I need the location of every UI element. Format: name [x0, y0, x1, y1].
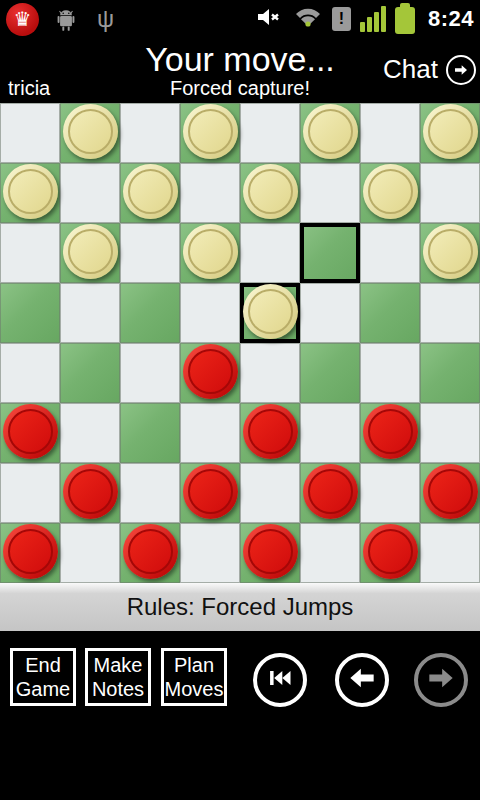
piece-ring — [188, 109, 233, 154]
piece-ring — [8, 529, 53, 574]
square-r2c6 — [360, 223, 420, 283]
square-r3c0[interactable] — [0, 283, 60, 343]
red-piece[interactable] — [363, 404, 418, 459]
rules-text: Rules: Forced Jumps — [127, 593, 354, 621]
square-r3c4[interactable] — [240, 283, 300, 343]
square-r3c2[interactable] — [120, 283, 180, 343]
piece-ring — [428, 469, 473, 514]
square-r0c7[interactable] — [420, 103, 480, 163]
piece-ring — [8, 409, 53, 454]
square-r7c6[interactable] — [360, 523, 420, 583]
square-r2c2 — [120, 223, 180, 283]
square-r4c2 — [120, 343, 180, 403]
square-r1c0[interactable] — [0, 163, 60, 223]
checkers-app-notification-icon: ♛ — [6, 3, 39, 36]
red-piece[interactable] — [123, 524, 178, 579]
square-r6c1[interactable] — [60, 463, 120, 523]
piece-ring — [308, 469, 353, 514]
piece-ring — [128, 169, 173, 214]
usb-icon: ψ — [97, 7, 114, 31]
square-r0c1[interactable] — [60, 103, 120, 163]
square-r7c0[interactable] — [0, 523, 60, 583]
prev-move-button[interactable] — [335, 653, 389, 707]
square-r0c3[interactable] — [180, 103, 240, 163]
right-arrow-icon — [427, 664, 455, 696]
square-r2c5[interactable] — [300, 223, 360, 283]
square-r3c5 — [300, 283, 360, 343]
square-r5c1 — [60, 403, 120, 463]
cream-piece[interactable] — [363, 164, 418, 219]
piece-ring — [68, 469, 113, 514]
cream-piece[interactable] — [243, 284, 298, 339]
piece-ring — [68, 229, 113, 274]
cream-piece[interactable] — [123, 164, 178, 219]
cream-piece[interactable] — [63, 104, 118, 159]
square-r0c4 — [240, 103, 300, 163]
piece-ring — [188, 349, 233, 394]
cream-piece[interactable] — [243, 164, 298, 219]
square-r3c6[interactable] — [360, 283, 420, 343]
square-r2c7[interactable] — [420, 223, 480, 283]
square-r0c5[interactable] — [300, 103, 360, 163]
red-piece[interactable] — [63, 464, 118, 519]
cream-piece[interactable] — [183, 104, 238, 159]
square-r3c1 — [60, 283, 120, 343]
square-r2c4 — [240, 223, 300, 283]
piece-ring — [368, 529, 413, 574]
piece-ring — [188, 229, 233, 274]
square-r0c0 — [0, 103, 60, 163]
square-r2c3[interactable] — [180, 223, 240, 283]
square-r1c7 — [420, 163, 480, 223]
piece-ring — [308, 109, 353, 154]
piece-ring — [428, 229, 473, 274]
square-r1c4[interactable] — [240, 163, 300, 223]
cream-piece[interactable] — [3, 164, 58, 219]
square-r4c5[interactable] — [300, 343, 360, 403]
battery-icon — [395, 7, 415, 34]
square-r4c4 — [240, 343, 300, 403]
sd-warning-icon: ! — [332, 7, 351, 31]
forced-capture-alert: Forced capture! — [0, 77, 480, 100]
square-r4c0 — [0, 343, 60, 403]
piece-ring — [188, 469, 233, 514]
piece-ring — [368, 169, 413, 214]
rewind-icon — [266, 664, 294, 696]
piece-ring — [248, 169, 293, 214]
cream-piece[interactable] — [423, 224, 478, 279]
red-piece[interactable] — [423, 464, 478, 519]
square-r4c6 — [360, 343, 420, 403]
square-r1c6[interactable] — [360, 163, 420, 223]
square-r6c0 — [0, 463, 60, 523]
plan-moves-button[interactable]: Plan Moves — [161, 648, 227, 706]
clock: 8:24 — [428, 6, 474, 32]
square-r3c7 — [420, 283, 480, 343]
square-r5c0[interactable] — [0, 403, 60, 463]
toolbar: End Game Make Notes Plan Moves — [0, 631, 480, 800]
piece-ring — [8, 169, 53, 214]
square-r6c7[interactable] — [420, 463, 480, 523]
cream-piece[interactable] — [303, 104, 358, 159]
red-piece[interactable] — [243, 524, 298, 579]
crown-icon: ♛ — [14, 9, 32, 29]
piece-ring — [428, 109, 473, 154]
piece-ring — [248, 289, 293, 334]
header: Your move... Chat tricia Forced capture! — [0, 38, 480, 103]
piece-ring — [248, 409, 293, 454]
square-r7c1 — [60, 523, 120, 583]
square-r5c6[interactable] — [360, 403, 420, 463]
square-r7c7 — [420, 523, 480, 583]
square-r2c0 — [0, 223, 60, 283]
square-r5c2[interactable] — [120, 403, 180, 463]
square-r1c5 — [300, 163, 360, 223]
android-debug-icon — [53, 5, 79, 33]
square-r7c3 — [180, 523, 240, 583]
square-r4c1[interactable] — [60, 343, 120, 403]
square-r6c3[interactable] — [180, 463, 240, 523]
cream-piece[interactable] — [63, 224, 118, 279]
left-arrow-icon — [348, 664, 376, 696]
square-r6c5[interactable] — [300, 463, 360, 523]
square-r1c3 — [180, 163, 240, 223]
square-r6c4 — [240, 463, 300, 523]
square-r4c7[interactable] — [420, 343, 480, 403]
square-r0c6 — [360, 103, 420, 163]
signal-strength-icon — [360, 6, 386, 32]
piece-ring — [128, 529, 173, 574]
cream-piece[interactable] — [183, 224, 238, 279]
cream-piece[interactable] — [423, 104, 478, 159]
rules-bar: Rules: Forced Jumps — [0, 583, 480, 631]
square-r0c2 — [120, 103, 180, 163]
piece-ring — [248, 529, 293, 574]
piece-ring — [368, 409, 413, 454]
square-r6c6 — [360, 463, 420, 523]
next-move-button[interactable] — [414, 653, 468, 707]
square-r2c1[interactable] — [60, 223, 120, 283]
square-r7c4[interactable] — [240, 523, 300, 583]
board — [0, 103, 480, 583]
square-r4c3[interactable] — [180, 343, 240, 403]
square-r1c2[interactable] — [120, 163, 180, 223]
square-r7c2[interactable] — [120, 523, 180, 583]
red-piece[interactable] — [3, 404, 58, 459]
wifi-icon — [293, 5, 323, 33]
square-r5c4[interactable] — [240, 403, 300, 463]
square-r1c1 — [60, 163, 120, 223]
end-game-button[interactable]: End Game — [10, 648, 76, 706]
red-piece[interactable] — [183, 464, 238, 519]
red-piece[interactable] — [363, 524, 418, 579]
status-bar: ♛ ψ — [0, 0, 480, 38]
red-piece[interactable] — [3, 524, 58, 579]
red-piece[interactable] — [183, 344, 238, 399]
square-r5c5 — [300, 403, 360, 463]
square-r3c3 — [180, 283, 240, 343]
make-notes-button[interactable]: Make Notes — [85, 648, 151, 706]
square-r5c3 — [180, 403, 240, 463]
piece-ring — [68, 109, 113, 154]
square-r5c7 — [420, 403, 480, 463]
jump-to-start-button[interactable] — [253, 653, 307, 707]
square-r7c5 — [300, 523, 360, 583]
red-piece[interactable] — [303, 464, 358, 519]
red-piece[interactable] — [243, 404, 298, 459]
square-r6c2 — [120, 463, 180, 523]
mute-icon — [256, 5, 284, 33]
